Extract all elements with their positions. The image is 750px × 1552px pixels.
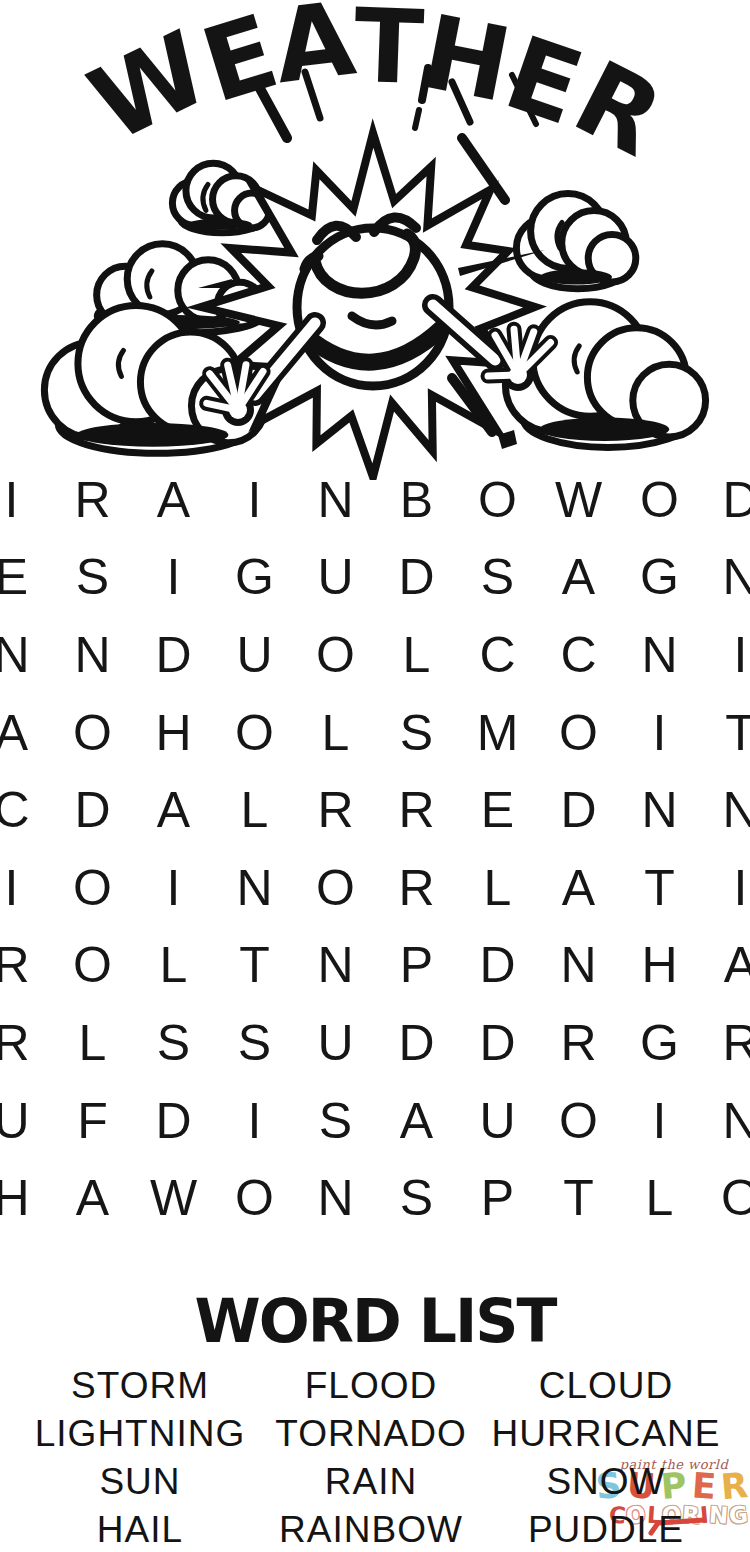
grid-cell[interactable]: R	[376, 849, 457, 927]
grid-cell[interactable]: E	[0, 539, 52, 617]
grid-cell[interactable]: L	[214, 771, 295, 849]
word-list-item: RAINBOW	[279, 1509, 463, 1551]
grid-cell[interactable]: E	[457, 771, 538, 849]
grid-cell[interactable]: A	[52, 1159, 133, 1237]
grid-cell[interactable]: A	[133, 461, 214, 539]
grid-cell[interactable]: U	[0, 1082, 52, 1160]
grid-cell[interactable]: O	[538, 694, 619, 772]
grid-cell[interactable]: D	[376, 1004, 457, 1082]
grid-cell[interactable]: O	[295, 849, 376, 927]
grid-cell[interactable]: O	[214, 694, 295, 772]
grid-cell[interactable]: I	[214, 461, 295, 539]
grid-cell[interactable]: R	[0, 927, 52, 1005]
grid-cell[interactable]: O	[700, 1159, 750, 1237]
grid-cell[interactable]: N	[52, 616, 133, 694]
grid-cell[interactable]: N	[619, 771, 700, 849]
grid-cell[interactable]: C	[0, 771, 52, 849]
grid-cell[interactable]: O	[52, 694, 133, 772]
grid-cell[interactable]: I	[214, 1082, 295, 1160]
grid-cell[interactable]: M	[457, 694, 538, 772]
word-list-item: FLOOD	[305, 1365, 437, 1407]
grid-cell[interactable]: A	[538, 849, 619, 927]
grid-cell[interactable]: L	[295, 694, 376, 772]
grid-cell[interactable]: H	[619, 927, 700, 1005]
grid-cell[interactable]: L	[376, 616, 457, 694]
grid-cell[interactable]: C	[457, 616, 538, 694]
grid-cell[interactable]: S	[214, 1004, 295, 1082]
grid-cell[interactable]: T	[619, 849, 700, 927]
grid-cell[interactable]: S	[133, 1004, 214, 1082]
grid-cell[interactable]: T	[538, 1159, 619, 1237]
grid-cell[interactable]: D	[457, 1004, 538, 1082]
word-list-item: RAIN	[325, 1461, 417, 1503]
grid-cell[interactable]: P	[457, 1159, 538, 1237]
grid-cell[interactable]: O	[457, 461, 538, 539]
grid-cell[interactable]: N	[214, 849, 295, 927]
grid-cell[interactable]: D	[700, 461, 750, 539]
grid-cell[interactable]: S	[376, 1159, 457, 1237]
grid-cell[interactable]: N	[295, 461, 376, 539]
grid-cell[interactable]: D	[52, 771, 133, 849]
grid-cell[interactable]: I	[700, 849, 750, 927]
word-list-item: LIGHTNING	[35, 1413, 245, 1455]
word-list-title: WORD LIST	[0, 1286, 750, 1356]
grid-cell[interactable]: S	[295, 1082, 376, 1160]
grid-cell[interactable]: A	[0, 694, 52, 772]
grid-cell[interactable]: N	[538, 927, 619, 1005]
grid-cell[interactable]: H	[133, 694, 214, 772]
grid-cell[interactable]: D	[133, 616, 214, 694]
grid-cell[interactable]: L	[52, 1004, 133, 1082]
grid-cell[interactable]: T	[214, 927, 295, 1005]
grid-cell[interactable]: R	[700, 1004, 750, 1082]
grid-cell[interactable]: N	[700, 771, 750, 849]
grid-cell[interactable]: O	[214, 1159, 295, 1237]
grid-cell[interactable]: U	[295, 1004, 376, 1082]
grid-cell[interactable]: P	[376, 927, 457, 1005]
grid-cell[interactable]: G	[619, 539, 700, 617]
grid-cell[interactable]: R	[0, 1004, 52, 1082]
grid-cell[interactable]: U	[457, 1082, 538, 1160]
grid-cell[interactable]: A	[700, 927, 750, 1005]
grid-cell[interactable]: O	[538, 1082, 619, 1160]
grid-cell[interactable]: N	[700, 539, 750, 617]
grid-cell[interactable]: G	[214, 539, 295, 617]
grid-cell[interactable]: B	[376, 461, 457, 539]
letter-grid: IRAINBOWODESIGUDSAGNNNDUOLCCNIAOHOLSMOIT…	[0, 461, 750, 1237]
grid-cell[interactable]: W	[133, 1159, 214, 1237]
grid-cell[interactable]: L	[619, 1159, 700, 1237]
grid-cell[interactable]: L	[133, 927, 214, 1005]
grid-cell[interactable]: H	[0, 1159, 52, 1237]
word-list-item: HAIL	[97, 1509, 183, 1551]
grid-cell[interactable]: I	[619, 694, 700, 772]
grid-cell[interactable]: C	[538, 616, 619, 694]
grid-cell[interactable]: A	[133, 771, 214, 849]
grid-cell[interactable]: D	[376, 539, 457, 617]
grid-cell[interactable]: N	[295, 927, 376, 1005]
word-list-item: CLOUD	[539, 1365, 674, 1407]
grid-cell[interactable]: D	[457, 927, 538, 1005]
grid-cell[interactable]: W	[538, 461, 619, 539]
word-list-item: SNOW	[546, 1461, 665, 1503]
grid-cell[interactable]: N	[700, 1082, 750, 1160]
grid-cell[interactable]: T	[700, 694, 750, 772]
grid-cell[interactable]: G	[619, 1004, 700, 1082]
grid-cell[interactable]: U	[295, 539, 376, 617]
grid-cell[interactable]: I	[133, 849, 214, 927]
sun-clouds-svg	[0, 60, 750, 480]
grid-cell[interactable]: S	[457, 539, 538, 617]
word-list-item: HURRICANE	[492, 1413, 721, 1455]
grid-cell[interactable]: I	[700, 616, 750, 694]
grid-cell[interactable]: O	[619, 461, 700, 539]
grid-cell[interactable]: I	[619, 1082, 700, 1160]
grid-cell[interactable]: S	[52, 539, 133, 617]
grid-cell[interactable]: I	[0, 461, 52, 539]
grid-cell[interactable]: S	[376, 694, 457, 772]
word-list-item: STORM	[71, 1365, 209, 1407]
grid-cell[interactable]: L	[457, 849, 538, 927]
grid-cell[interactable]: A	[376, 1082, 457, 1160]
grid-cell[interactable]: N	[619, 616, 700, 694]
grid-cell[interactable]: A	[538, 539, 619, 617]
grid-cell[interactable]: N	[295, 1159, 376, 1237]
grid-cell[interactable]: R	[376, 771, 457, 849]
grid-cell[interactable]: U	[214, 616, 295, 694]
grid-cell[interactable]: O	[52, 849, 133, 927]
grid-cell[interactable]: O	[52, 927, 133, 1005]
word-list: STORMFLOODCLOUDLIGHTNINGTORNADOHURRICANE…	[0, 1362, 750, 1552]
word-list-item: TORNADO	[275, 1413, 466, 1455]
grid-cell[interactable]: F	[52, 1082, 133, 1160]
grid-cell[interactable]: I	[0, 849, 52, 927]
grid-cell[interactable]: O	[295, 616, 376, 694]
grid-cell[interactable]: D	[133, 1082, 214, 1160]
grid-cell[interactable]: R	[538, 1004, 619, 1082]
word-list-item: PUDDLE	[528, 1509, 684, 1551]
sun-clouds-illustration	[0, 60, 750, 480]
grid-cell[interactable]: R	[295, 771, 376, 849]
word-list-item: SUN	[99, 1461, 180, 1503]
grid-cell[interactable]: N	[0, 616, 52, 694]
grid-cell[interactable]: R	[52, 461, 133, 539]
grid-cell[interactable]: I	[133, 539, 214, 617]
grid-cell[interactable]: D	[538, 771, 619, 849]
